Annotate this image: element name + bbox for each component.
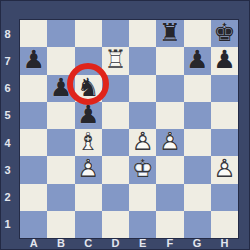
- piece-black-rook[interactable]: ♜: [156, 20, 183, 47]
- file-label: B: [47, 238, 74, 250]
- piece-black-pawn[interactable]: ♟: [184, 47, 211, 74]
- file-label: E: [129, 238, 156, 250]
- file-label: F: [156, 238, 183, 250]
- rank-label: 2: [0, 184, 20, 211]
- square-d1[interactable]: [102, 211, 129, 238]
- square-h8[interactable]: ♚: [211, 20, 238, 47]
- rank-labels: 87654321: [0, 20, 20, 238]
- square-d6[interactable]: [102, 75, 129, 102]
- square-c4[interactable]: ♝♗: [75, 129, 102, 156]
- piece-white-pawn[interactable]: ♟♙: [75, 156, 102, 183]
- square-g7[interactable]: ♟: [184, 47, 211, 74]
- square-b8[interactable]: [47, 20, 74, 47]
- file-label: H: [211, 238, 238, 250]
- square-e5[interactable]: [129, 102, 156, 129]
- square-f1[interactable]: [156, 211, 183, 238]
- square-a8[interactable]: [20, 20, 47, 47]
- square-e8[interactable]: [129, 20, 156, 47]
- rank-label: 6: [0, 75, 20, 102]
- square-h4[interactable]: [211, 129, 238, 156]
- square-a2[interactable]: [20, 184, 47, 211]
- square-g3[interactable]: [184, 156, 211, 183]
- square-c7[interactable]: [75, 47, 102, 74]
- square-e2[interactable]: [129, 184, 156, 211]
- square-c5[interactable]: ♟: [75, 102, 102, 129]
- square-c8[interactable]: [75, 20, 102, 47]
- square-b4[interactable]: [47, 129, 74, 156]
- square-e6[interactable]: [129, 75, 156, 102]
- square-b6[interactable]: ♟: [47, 75, 74, 102]
- square-a5[interactable]: [20, 102, 47, 129]
- square-f5[interactable]: [156, 102, 183, 129]
- square-b5[interactable]: [47, 102, 74, 129]
- piece-black-pawn[interactable]: ♟: [211, 47, 238, 74]
- square-d2[interactable]: [102, 184, 129, 211]
- square-a7[interactable]: ♟: [20, 47, 47, 74]
- square-a6[interactable]: [20, 75, 47, 102]
- piece-black-king[interactable]: ♚: [211, 20, 238, 47]
- piece-white-king[interactable]: ♚♔: [129, 156, 156, 183]
- piece-white-rook[interactable]: ♜♖: [102, 47, 129, 74]
- piece-white-pawn[interactable]: ♟♙: [156, 129, 183, 156]
- square-g5[interactable]: [184, 102, 211, 129]
- square-d7[interactable]: ♜♖: [102, 47, 129, 74]
- piece-white-bishop[interactable]: ♝♗: [75, 129, 102, 156]
- square-h1[interactable]: [211, 211, 238, 238]
- file-label: D: [102, 238, 129, 250]
- rank-label: 7: [0, 47, 20, 74]
- square-a4[interactable]: [20, 129, 47, 156]
- chess-board: ♜♚♟♜♖♟♟♟♞♟♝♗♟♙♟♙♟♙♚♔♟♙: [20, 20, 238, 238]
- square-g2[interactable]: [184, 184, 211, 211]
- square-h2[interactable]: [211, 184, 238, 211]
- rank-label: 8: [0, 20, 20, 47]
- square-f2[interactable]: [156, 184, 183, 211]
- piece-black-pawn[interactable]: ♟: [75, 102, 102, 129]
- square-c3[interactable]: ♟♙: [75, 156, 102, 183]
- file-label: A: [20, 238, 47, 250]
- square-h3[interactable]: ♟♙: [211, 156, 238, 183]
- file-label: C: [75, 238, 102, 250]
- chess-board-widget: 87654321 ABCDEFGH ♜♚♟♜♖♟♟♟♞♟♝♗♟♙♟♙♟♙♚♔♟♙: [0, 0, 250, 250]
- square-f8[interactable]: ♜: [156, 20, 183, 47]
- rank-label: 4: [0, 129, 20, 156]
- piece-white-pawn[interactable]: ♟♙: [211, 156, 238, 183]
- square-a1[interactable]: [20, 211, 47, 238]
- square-e3[interactable]: ♚♔: [129, 156, 156, 183]
- square-g8[interactable]: [184, 20, 211, 47]
- square-d5[interactable]: [102, 102, 129, 129]
- square-g1[interactable]: [184, 211, 211, 238]
- square-b3[interactable]: [47, 156, 74, 183]
- square-d8[interactable]: [102, 20, 129, 47]
- piece-white-pawn[interactable]: ♟♙: [129, 129, 156, 156]
- square-b7[interactable]: [47, 47, 74, 74]
- square-f4[interactable]: ♟♙: [156, 129, 183, 156]
- square-d3[interactable]: [102, 156, 129, 183]
- square-h6[interactable]: [211, 75, 238, 102]
- square-e7[interactable]: [129, 47, 156, 74]
- piece-black-pawn[interactable]: ♟: [20, 47, 47, 74]
- piece-black-knight[interactable]: ♞: [75, 75, 102, 102]
- square-b1[interactable]: [47, 211, 74, 238]
- rank-label: 1: [0, 211, 20, 238]
- square-h5[interactable]: [211, 102, 238, 129]
- square-h7[interactable]: ♟: [211, 47, 238, 74]
- rank-label: 3: [0, 156, 20, 183]
- square-c2[interactable]: [75, 184, 102, 211]
- file-label: G: [184, 238, 211, 250]
- square-f7[interactable]: [156, 47, 183, 74]
- piece-black-pawn[interactable]: ♟: [47, 75, 74, 102]
- square-g6[interactable]: [184, 75, 211, 102]
- square-f3[interactable]: [156, 156, 183, 183]
- file-labels: ABCDEFGH: [20, 238, 238, 250]
- square-f6[interactable]: [156, 75, 183, 102]
- rank-label: 5: [0, 102, 20, 129]
- square-b2[interactable]: [47, 184, 74, 211]
- square-d4[interactable]: [102, 129, 129, 156]
- square-c1[interactable]: [75, 211, 102, 238]
- square-e1[interactable]: [129, 211, 156, 238]
- square-c6[interactable]: ♞: [75, 75, 102, 102]
- square-e4[interactable]: ♟♙: [129, 129, 156, 156]
- square-a3[interactable]: [20, 156, 47, 183]
- square-g4[interactable]: [184, 129, 211, 156]
